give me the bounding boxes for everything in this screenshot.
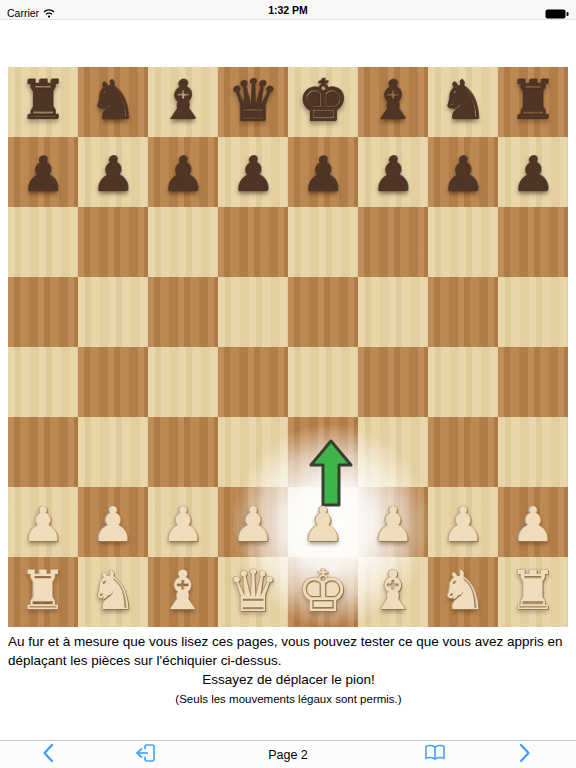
square-c7[interactable]: ♟	[148, 137, 218, 207]
square-c4[interactable]	[148, 347, 218, 417]
square-e4[interactable]	[288, 347, 358, 417]
square-a2[interactable]: ♟	[8, 487, 78, 557]
square-h1[interactable]: ♜	[498, 557, 568, 627]
clock-label: 1:32 PM	[0, 4, 576, 16]
square-d8[interactable]: ♛	[218, 67, 288, 137]
square-g7[interactable]: ♟	[428, 137, 498, 207]
piece-black-bishop[interactable]: ♝	[148, 67, 218, 137]
square-e1[interactable]: ♚	[288, 557, 358, 627]
open-book-icon	[423, 743, 447, 766]
piece-black-pawn[interactable]: ♟	[148, 137, 218, 207]
piece-white-bishop[interactable]: ♝	[358, 557, 428, 627]
square-c8[interactable]: ♝	[148, 67, 218, 137]
bottom-toolbar: Page 2	[0, 740, 576, 768]
square-g2[interactable]: ♟	[428, 487, 498, 557]
square-f2[interactable]: ♟	[358, 487, 428, 557]
square-g6[interactable]	[428, 207, 498, 277]
square-h4[interactable]	[498, 347, 568, 417]
square-d3[interactable]	[218, 417, 288, 487]
square-b4[interactable]	[78, 347, 148, 417]
square-d7[interactable]: ♟	[218, 137, 288, 207]
square-a8[interactable]: ♜	[8, 67, 78, 137]
square-g5[interactable]	[428, 277, 498, 347]
square-g1[interactable]: ♞	[428, 557, 498, 627]
piece-black-pawn[interactable]: ♟	[8, 137, 78, 207]
piece-white-rook[interactable]: ♜	[498, 557, 568, 627]
status-bar: Carrier 1:32 PM	[0, 0, 576, 20]
square-g3[interactable]	[428, 417, 498, 487]
piece-black-knight[interactable]: ♞	[428, 67, 498, 137]
return-to-page-button[interactable]	[132, 741, 158, 768]
square-e5[interactable]	[288, 277, 358, 347]
exit-return-icon	[133, 742, 157, 768]
app-screen: Carrier 1:32 PM ♜♞♝♛♚♝♞♜♟♟♟♟♟	[0, 0, 576, 768]
piece-black-pawn[interactable]: ♟	[288, 137, 358, 207]
square-a3[interactable]	[8, 417, 78, 487]
piece-black-queen[interactable]: ♛	[218, 67, 288, 137]
square-h3[interactable]	[498, 417, 568, 487]
piece-black-pawn[interactable]: ♟	[358, 137, 428, 207]
instruction-paragraph: Au fur et à mesure que vous lisez ces pa…	[8, 632, 569, 670]
square-c5[interactable]	[148, 277, 218, 347]
piece-black-pawn[interactable]: ♟	[498, 137, 568, 207]
piece-black-pawn[interactable]: ♟	[428, 137, 498, 207]
piece-white-king[interactable]: ♚	[288, 557, 358, 627]
piece-black-rook[interactable]: ♜	[8, 67, 78, 137]
square-h5[interactable]	[498, 277, 568, 347]
piece-white-pawn[interactable]: ♟	[428, 487, 498, 557]
square-b5[interactable]	[78, 277, 148, 347]
square-b6[interactable]	[78, 207, 148, 277]
square-d2[interactable]: ♟	[218, 487, 288, 557]
piece-black-pawn[interactable]: ♟	[218, 137, 288, 207]
instruction-cta: Essayez de déplacer le pion!	[8, 670, 569, 689]
square-e2[interactable]: ♟	[288, 487, 358, 557]
square-a7[interactable]: ♟	[8, 137, 78, 207]
square-c1[interactable]: ♝	[148, 557, 218, 627]
square-a6[interactable]	[8, 207, 78, 277]
square-f7[interactable]: ♟	[358, 137, 428, 207]
piece-white-pawn[interactable]: ♟	[498, 487, 568, 557]
piece-white-rook[interactable]: ♜	[8, 557, 78, 627]
square-a1[interactable]: ♜	[8, 557, 78, 627]
square-b1[interactable]: ♞	[78, 557, 148, 627]
square-e6[interactable]	[288, 207, 358, 277]
square-f8[interactable]: ♝	[358, 67, 428, 137]
back-page-button[interactable]	[36, 741, 60, 768]
instruction-note: (Seuls les mouvements légaux sont permis…	[8, 690, 569, 709]
chevron-right-icon	[519, 743, 531, 767]
instructions: Au fur et à mesure que vous lisez ces pa…	[8, 632, 569, 709]
table-of-contents-button[interactable]	[422, 741, 448, 768]
square-b3[interactable]	[78, 417, 148, 487]
piece-white-pawn[interactable]: ♟	[358, 487, 428, 557]
piece-white-knight[interactable]: ♞	[428, 557, 498, 627]
square-h6[interactable]	[498, 207, 568, 277]
square-d4[interactable]	[218, 347, 288, 417]
piece-white-pawn[interactable]: ♟	[78, 487, 148, 557]
chevron-left-icon	[42, 743, 54, 767]
square-f1[interactable]: ♝	[358, 557, 428, 627]
piece-black-knight[interactable]: ♞	[78, 67, 148, 137]
square-c6[interactable]	[148, 207, 218, 277]
square-f6[interactable]	[358, 207, 428, 277]
square-f4[interactable]	[358, 347, 428, 417]
square-f5[interactable]	[358, 277, 428, 347]
piece-black-rook[interactable]: ♜	[498, 67, 568, 137]
piece-white-queen[interactable]: ♛	[218, 557, 288, 627]
square-b8[interactable]: ♞	[78, 67, 148, 137]
square-b2[interactable]: ♟	[78, 487, 148, 557]
piece-white-bishop[interactable]: ♝	[148, 557, 218, 627]
square-a4[interactable]	[8, 347, 78, 417]
square-h7[interactable]: ♟	[498, 137, 568, 207]
square-d5[interactable]	[218, 277, 288, 347]
square-g8[interactable]: ♞	[428, 67, 498, 137]
piece-white-pawn[interactable]: ♟	[218, 487, 288, 557]
square-d6[interactable]	[218, 207, 288, 277]
next-page-button[interactable]	[513, 741, 537, 768]
square-c3[interactable]	[148, 417, 218, 487]
battery-icon	[545, 5, 569, 23]
piece-white-pawn[interactable]: ♟	[148, 487, 218, 557]
square-e8[interactable]: ♚	[288, 67, 358, 137]
piece-white-pawn[interactable]: ♟	[288, 487, 358, 557]
square-g4[interactable]	[428, 347, 498, 417]
square-b7[interactable]: ♟	[78, 137, 148, 207]
square-h2[interactable]: ♟	[498, 487, 568, 557]
square-h8[interactable]: ♜	[498, 67, 568, 137]
piece-black-bishop[interactable]: ♝	[358, 67, 428, 137]
square-c2[interactable]: ♟	[148, 487, 218, 557]
square-e3[interactable]	[288, 417, 358, 487]
square-e7[interactable]: ♟	[288, 137, 358, 207]
piece-black-pawn[interactable]: ♟	[78, 137, 148, 207]
square-d1[interactable]: ♛	[218, 557, 288, 627]
piece-white-pawn[interactable]: ♟	[8, 487, 78, 557]
page-indicator: Page 2	[0, 741, 576, 768]
piece-black-king[interactable]: ♚	[288, 67, 358, 137]
square-a5[interactable]	[8, 277, 78, 347]
square-f3[interactable]	[358, 417, 428, 487]
piece-white-knight[interactable]: ♞	[78, 557, 148, 627]
chess-board: ♜♞♝♛♚♝♞♜♟♟♟♟♟♟♟♟♟♟♟♟♟♟♟♟♜♞♝♛♚♝♞♜	[8, 67, 568, 627]
